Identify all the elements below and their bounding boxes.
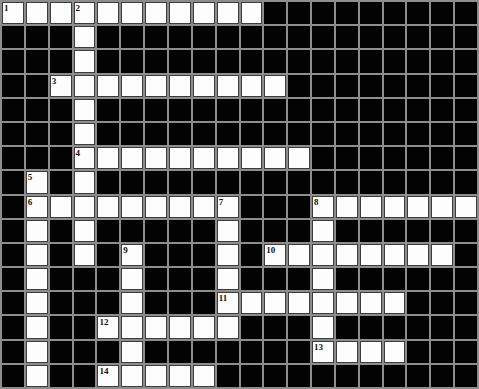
cell-10-16[interactable] [384,244,406,266]
cell-12-9[interactable]: 11 [217,292,239,314]
cell-2-15 [360,50,382,72]
clue-number-11: 11 [219,293,228,303]
cell-9-15 [360,220,382,242]
clue-number-12: 12 [99,317,108,327]
cell-8-2[interactable] [50,196,72,218]
cell-5-11 [264,123,286,145]
cell-3-4[interactable] [97,75,119,97]
cell-9-19 [455,220,477,242]
cell-11-10 [241,268,263,290]
cell-10-9[interactable] [217,244,239,266]
cell-0-17 [407,2,429,24]
cell-10-3[interactable] [74,244,96,266]
cell-12-17 [407,292,429,314]
cell-10-12[interactable] [288,244,310,266]
cell-13-1[interactable] [26,316,48,338]
cell-14-14[interactable] [336,341,358,363]
cell-15-5[interactable] [121,365,143,387]
cell-12-6 [145,292,167,314]
cell-6-8[interactable] [193,147,215,169]
cell-1-17 [407,26,429,48]
cell-4-1 [26,99,48,121]
cell-15-3 [74,365,96,387]
cell-15-7[interactable] [169,365,191,387]
cell-1-6 [145,26,167,48]
cell-8-18[interactable] [431,196,453,218]
cell-0-9[interactable] [217,2,239,24]
cell-4-6 [145,99,167,121]
cell-3-15 [360,75,382,97]
cell-0-18 [431,2,453,24]
cell-10-7 [169,244,191,266]
cell-4-9 [217,99,239,121]
cell-7-0 [2,171,24,193]
cell-10-17[interactable] [407,244,429,266]
cell-11-1[interactable] [26,268,48,290]
clue-number-5: 5 [28,172,33,182]
cell-4-4 [97,99,119,121]
cell-12-3 [74,292,96,314]
cell-13-5[interactable] [121,316,143,338]
cell-13-9[interactable] [217,316,239,338]
cell-2-18 [431,50,453,72]
cell-8-19[interactable] [455,196,477,218]
cell-4-13 [312,99,334,121]
cell-14-10 [241,341,263,363]
cell-14-17 [407,341,429,363]
cell-6-12[interactable] [288,147,310,169]
cell-5-4 [97,123,119,145]
cell-8-16[interactable] [384,196,406,218]
cell-1-19 [455,26,477,48]
cell-5-14 [336,123,358,145]
cell-9-6 [145,220,167,242]
cell-0-7[interactable] [169,2,191,24]
cell-15-6[interactable] [145,365,167,387]
cell-9-10 [241,220,263,242]
cell-3-19 [455,75,477,97]
clue-number-13: 13 [314,342,323,352]
cell-12-0 [2,292,24,314]
cell-11-19 [455,268,477,290]
cell-3-10[interactable] [241,75,263,97]
cell-7-13 [312,171,334,193]
cell-9-12 [288,220,310,242]
cell-0-1[interactable] [26,2,48,24]
cell-7-10 [241,171,263,193]
clue-number-7: 7 [219,197,224,207]
cell-0-6[interactable] [145,2,167,24]
cell-13-12 [288,316,310,338]
cell-8-1[interactable]: 6 [26,196,48,218]
cell-11-17 [407,268,429,290]
cell-11-15 [360,268,382,290]
cell-13-18 [431,316,453,338]
cell-3-3[interactable] [74,75,96,97]
cell-10-8 [193,244,215,266]
cell-2-1 [26,50,48,72]
cell-11-5[interactable] [121,268,143,290]
cell-15-16 [384,365,406,387]
cell-7-17 [407,171,429,193]
cell-4-0 [2,99,24,121]
cell-3-16 [384,75,406,97]
cell-11-0 [2,268,24,290]
cell-6-13 [312,147,334,169]
cell-8-17[interactable] [407,196,429,218]
cell-1-14 [336,26,358,48]
cell-7-4 [97,171,119,193]
cell-14-15[interactable] [360,341,382,363]
clue-number-2: 2 [76,3,81,13]
cell-7-3[interactable] [74,171,96,193]
cell-2-6 [145,50,167,72]
clue-number-14: 14 [99,366,108,376]
cell-8-12 [288,196,310,218]
cell-7-14 [336,171,358,193]
cell-5-2 [50,123,72,145]
cell-13-2 [50,316,72,338]
cell-6-0 [2,147,24,169]
cell-14-11 [264,341,286,363]
cell-6-6[interactable] [145,147,167,169]
cell-11-12 [288,268,310,290]
cell-1-16 [384,26,406,48]
cell-11-3 [74,268,96,290]
cell-13-10 [241,316,263,338]
cell-6-4[interactable] [97,147,119,169]
cell-9-16 [384,220,406,242]
cell-12-1[interactable] [26,292,48,314]
cell-13-19 [455,316,477,338]
cell-7-6 [145,171,167,193]
cell-4-11 [264,99,286,121]
cell-14-2 [50,341,72,363]
cell-1-10 [241,26,263,48]
clue-number-4: 4 [76,148,81,158]
cell-15-2 [50,365,72,387]
cell-8-11 [264,196,286,218]
cell-13-6[interactable] [145,316,167,338]
cell-4-3[interactable] [74,99,96,121]
cell-5-16 [384,123,406,145]
cell-8-15[interactable] [360,196,382,218]
cell-4-14 [336,99,358,121]
cell-3-5[interactable] [121,75,143,97]
cell-3-11[interactable] [264,75,286,97]
cell-14-16[interactable] [384,341,406,363]
cell-11-9[interactable] [217,268,239,290]
cell-2-4 [97,50,119,72]
cell-0-15 [360,2,382,24]
cell-8-5[interactable] [121,196,143,218]
cell-5-5 [121,123,143,145]
cell-0-2[interactable] [50,2,72,24]
cell-15-0 [2,365,24,387]
cell-1-2 [50,26,72,48]
cell-10-18[interactable] [431,244,453,266]
cell-3-14 [336,75,358,97]
cell-10-0 [2,244,24,266]
clue-number-8: 8 [314,197,319,207]
cell-11-7 [169,268,191,290]
cell-2-10 [241,50,263,72]
cell-5-6 [145,123,167,145]
clue-number-10: 10 [266,245,275,255]
cell-6-11[interactable] [264,147,286,169]
cell-2-12 [288,50,310,72]
cell-14-1[interactable] [26,341,48,363]
cell-10-19 [455,244,477,266]
cell-0-16 [384,2,406,24]
cell-3-0 [2,75,24,97]
cell-10-2 [50,244,72,266]
cell-14-13[interactable]: 13 [312,341,334,363]
cell-12-13[interactable] [312,292,334,314]
cell-13-4[interactable]: 12 [97,316,119,338]
cell-4-12 [288,99,310,121]
cell-1-18 [431,26,453,48]
cell-12-18 [431,292,453,314]
cell-13-11 [264,316,286,338]
cell-11-4 [97,268,119,290]
cell-10-1[interactable] [26,244,48,266]
cell-2-19 [455,50,477,72]
cell-3-18 [431,75,453,97]
cell-8-7[interactable] [169,196,191,218]
cell-2-17 [407,50,429,72]
cell-14-8 [193,341,215,363]
cell-13-8[interactable] [193,316,215,338]
cell-5-19 [455,123,477,145]
cell-2-11 [264,50,286,72]
cell-3-2[interactable]: 3 [50,75,72,97]
cell-5-9 [217,123,239,145]
cell-12-15[interactable] [360,292,382,314]
cell-13-7[interactable] [169,316,191,338]
cell-5-1 [26,123,48,145]
cell-2-14 [336,50,358,72]
cell-3-7[interactable] [169,75,191,97]
cell-13-17 [407,316,429,338]
cell-14-5[interactable] [121,341,143,363]
cell-9-4 [97,220,119,242]
cell-5-7 [169,123,191,145]
cell-10-10 [241,244,263,266]
cell-7-15 [360,171,382,193]
cell-10-13[interactable] [312,244,334,266]
cell-6-16 [384,147,406,169]
cell-3-9[interactable] [217,75,239,97]
cell-15-13 [312,365,334,387]
cell-7-11 [264,171,286,193]
cell-12-16[interactable] [384,292,406,314]
cell-11-6 [145,268,167,290]
cell-15-4[interactable]: 14 [97,365,119,387]
cell-5-18 [431,123,453,145]
cell-12-5[interactable] [121,292,143,314]
cell-14-0 [2,341,24,363]
cell-9-18 [431,220,453,242]
cell-1-0 [2,26,24,48]
cell-10-4 [97,244,119,266]
cell-15-17 [407,365,429,387]
cell-5-13 [312,123,334,145]
cell-7-19 [455,171,477,193]
cell-8-13[interactable]: 8 [312,196,334,218]
cell-9-9[interactable] [217,220,239,242]
cell-6-14 [336,147,358,169]
cell-15-18 [431,365,453,387]
cell-8-4[interactable] [97,196,119,218]
cell-9-8 [193,220,215,242]
cell-0-3[interactable]: 2 [74,2,96,24]
cell-15-11 [264,365,286,387]
cell-8-9[interactable]: 7 [217,196,239,218]
cell-15-9 [217,365,239,387]
cell-12-11[interactable] [264,292,286,314]
cell-0-10[interactable] [241,2,263,24]
clue-number-3: 3 [52,76,57,86]
cell-1-8 [193,26,215,48]
cell-8-0 [2,196,24,218]
cell-0-8[interactable] [193,2,215,24]
cell-6-5[interactable] [121,147,143,169]
cell-12-10[interactable] [241,292,263,314]
cell-10-15[interactable] [360,244,382,266]
cell-1-12 [288,26,310,48]
cell-4-10 [241,99,263,121]
cell-14-6 [145,341,167,363]
cell-7-5 [121,171,143,193]
cell-8-8[interactable] [193,196,215,218]
cell-8-6[interactable] [145,196,167,218]
cell-0-0[interactable]: 1 [2,2,24,24]
cell-15-15 [360,365,382,387]
cell-13-15 [360,316,382,338]
cell-5-10 [241,123,263,145]
cell-11-18 [431,268,453,290]
cell-6-9[interactable] [217,147,239,169]
cell-12-19 [455,292,477,314]
cell-9-3[interactable] [74,220,96,242]
cell-2-7 [169,50,191,72]
cell-4-17 [407,99,429,121]
cell-3-12 [288,75,310,97]
cell-1-7 [169,26,191,48]
cell-6-17 [407,147,429,169]
cell-9-0 [2,220,24,242]
cell-7-16 [384,171,406,193]
cell-2-9 [217,50,239,72]
cell-11-14 [336,268,358,290]
cell-6-10[interactable] [241,147,263,169]
cell-9-7 [169,220,191,242]
cell-10-11[interactable]: 10 [264,244,286,266]
cell-9-13[interactable] [312,220,334,242]
cell-13-13[interactable] [312,316,334,338]
cell-6-15 [360,147,382,169]
cell-5-17 [407,123,429,145]
cell-0-13 [312,2,334,24]
cell-3-6[interactable] [145,75,167,97]
cell-9-5 [121,220,143,242]
cell-3-13 [312,75,334,97]
cell-10-6 [145,244,167,266]
cell-9-14 [336,220,358,242]
cell-7-9 [217,171,239,193]
cell-10-5[interactable]: 9 [121,244,143,266]
cell-0-5[interactable] [121,2,143,24]
cell-8-3[interactable] [74,196,96,218]
cell-14-19 [455,341,477,363]
cell-2-13 [312,50,334,72]
cell-4-8 [193,99,215,121]
cell-14-4 [97,341,119,363]
cell-14-18 [431,341,453,363]
cell-9-1[interactable] [26,220,48,242]
cell-3-8[interactable] [193,75,215,97]
cell-1-5 [121,26,143,48]
cell-13-14 [336,316,358,338]
cell-9-2 [50,220,72,242]
cell-4-18 [431,99,453,121]
cell-10-14[interactable] [336,244,358,266]
cell-11-13[interactable] [312,268,334,290]
cell-13-0 [2,316,24,338]
cell-6-19 [455,147,477,169]
cell-12-14[interactable] [336,292,358,314]
cell-7-1[interactable]: 5 [26,171,48,193]
cell-15-1[interactable] [26,365,48,387]
cell-0-14 [336,2,358,24]
cell-2-3[interactable] [74,50,96,72]
cell-0-19 [455,2,477,24]
cell-12-12[interactable] [288,292,310,314]
cell-6-3[interactable]: 4 [74,147,96,169]
cell-14-9 [217,341,239,363]
cell-5-3[interactable] [74,123,96,145]
cell-4-19 [455,99,477,121]
cell-1-3[interactable] [74,26,96,48]
cell-15-19 [455,365,477,387]
cell-1-13 [312,26,334,48]
cell-9-17 [407,220,429,242]
cell-1-11 [264,26,286,48]
cell-5-8 [193,123,215,145]
cell-8-14[interactable] [336,196,358,218]
cell-0-4[interactable] [97,2,119,24]
cell-11-16 [384,268,406,290]
cell-3-17 [407,75,429,97]
cell-2-16 [384,50,406,72]
cell-15-14 [336,365,358,387]
cell-11-11 [264,268,286,290]
cell-5-0 [2,123,24,145]
cell-7-12 [288,171,310,193]
cell-6-7[interactable] [169,147,191,169]
cell-12-8 [193,292,215,314]
cell-7-7 [169,171,191,193]
cell-13-16 [384,316,406,338]
cell-7-18 [431,171,453,193]
cell-15-8[interactable] [193,365,215,387]
cell-4-15 [360,99,382,121]
cell-4-7 [169,99,191,121]
cell-1-1 [26,26,48,48]
cell-9-11 [264,220,286,242]
cell-4-2 [50,99,72,121]
